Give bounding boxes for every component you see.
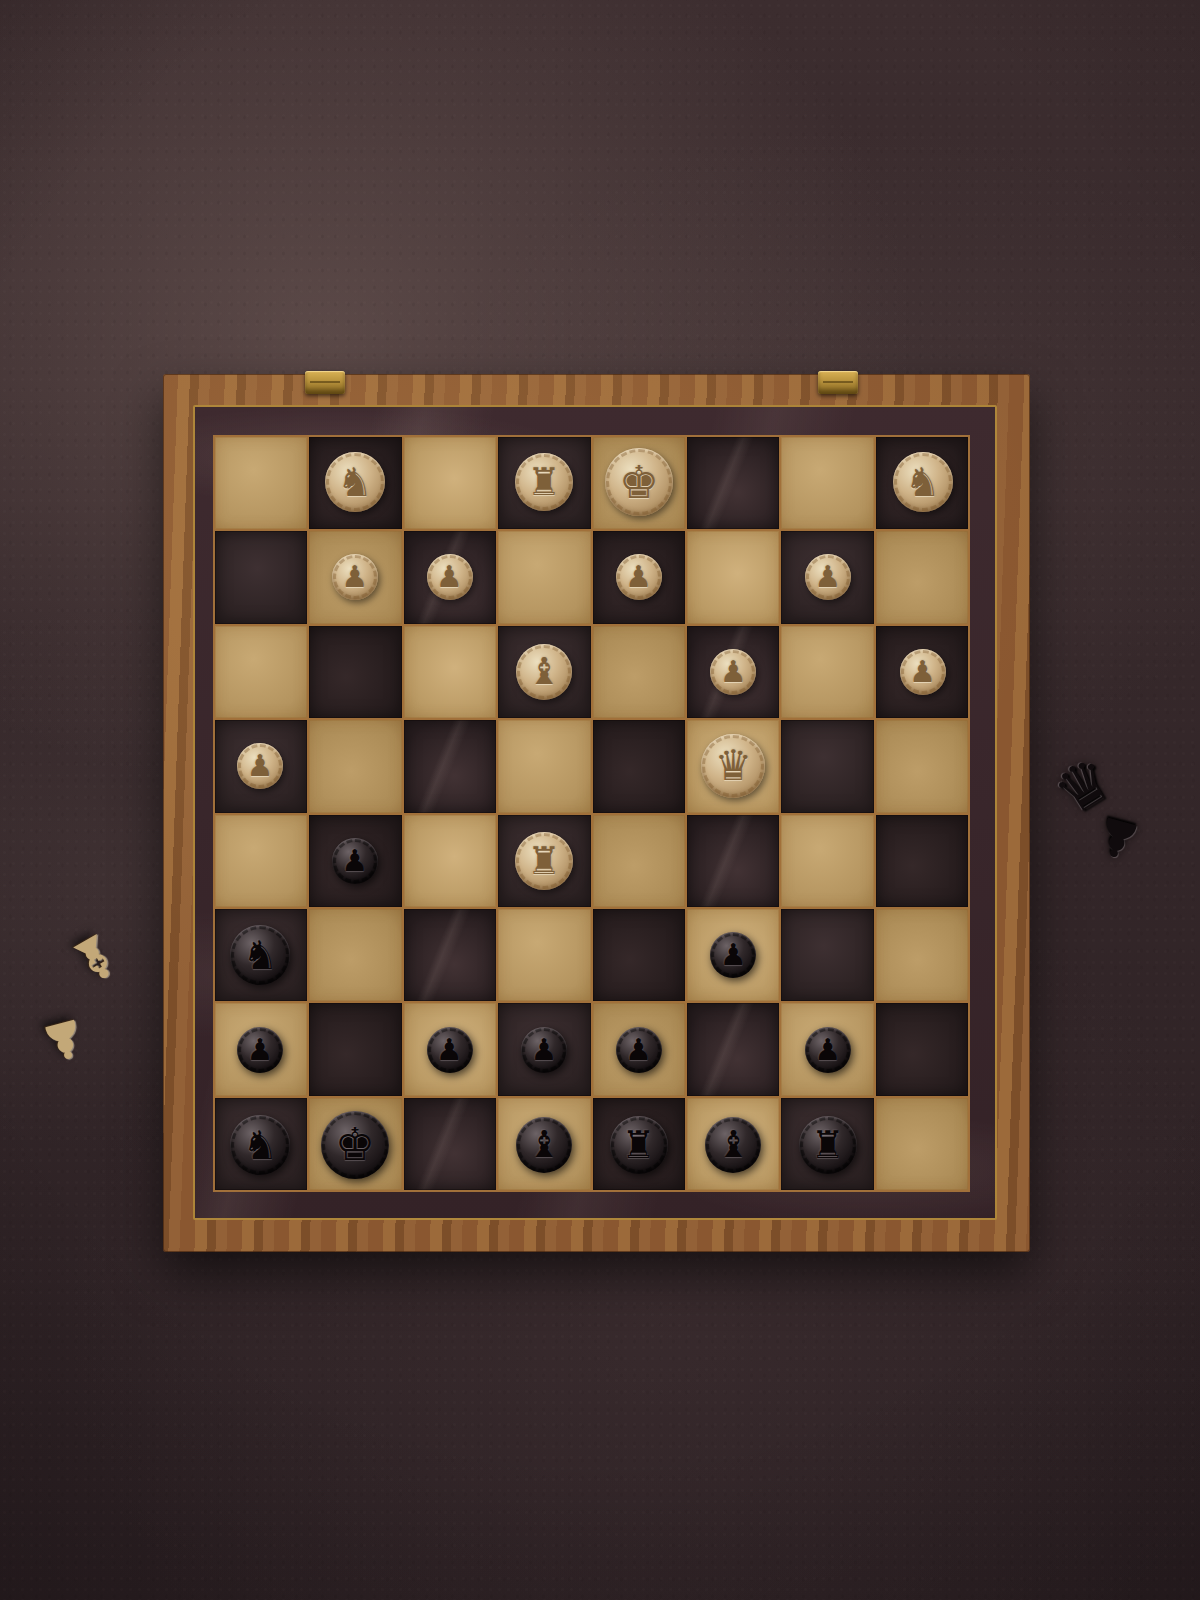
piece-white-rook[interactable]: ♜: [515, 453, 573, 511]
pawn-glyph: ♟: [909, 657, 936, 687]
square-e4[interactable]: [593, 815, 685, 907]
square-a8[interactable]: [215, 437, 307, 529]
square-c5[interactable]: [404, 720, 496, 812]
brass-hinge-right: [818, 371, 858, 394]
square-c3[interactable]: [404, 909, 496, 1001]
piece-black-bishop[interactable]: ♝: [516, 1117, 572, 1173]
piece-black-bishop[interactable]: ♝: [705, 1117, 761, 1173]
square-g5[interactable]: [781, 720, 873, 812]
pawn-glyph: ♟: [436, 1035, 463, 1065]
piece-white-king[interactable]: ♚: [605, 448, 673, 516]
knight-glyph: ♞: [337, 462, 373, 502]
square-c4[interactable]: [404, 815, 496, 907]
square-a4[interactable]: [215, 815, 307, 907]
square-h1[interactable]: [876, 1098, 968, 1190]
piece-black-king[interactable]: ♚: [321, 1111, 389, 1179]
piece-white-pawn[interactable]: ♟: [616, 554, 662, 600]
pawn-glyph: ♟: [341, 562, 368, 592]
pawn-glyph: ♟: [247, 751, 274, 781]
background: ♞♜♚♞♟♟♟♟♝♟♟♟♛♟♜♞♟♟♟♟♟♟♞♚♝♜♝♜ ♝♟♛♟: [0, 0, 1200, 1600]
pawn-glyph: ♟: [815, 562, 842, 592]
square-h4[interactable]: [876, 815, 968, 907]
chess-board: ♞♜♚♞♟♟♟♟♝♟♟♟♛♟♜♞♟♟♟♟♟♟♞♚♝♜♝♜: [163, 374, 1030, 1252]
square-c6[interactable]: [404, 626, 496, 718]
piece-white-pawn[interactable]: ♟: [805, 554, 851, 600]
piece-white-rook[interactable]: ♜: [515, 832, 573, 890]
pawn-glyph: ♟: [247, 1035, 274, 1065]
rook-glyph: ♜: [622, 1126, 656, 1164]
square-f2[interactable]: [687, 1003, 779, 1095]
pawn-glyph: ♟: [815, 1035, 842, 1065]
bishop-glyph: ♝: [528, 1126, 561, 1163]
pawn-glyph: ♟: [436, 562, 463, 592]
piece-black-knight[interactable]: ♞: [230, 1115, 290, 1175]
piece-white-knight[interactable]: ♞: [893, 452, 953, 512]
square-h7[interactable]: [876, 531, 968, 623]
square-e6[interactable]: [593, 626, 685, 718]
piece-black-pawn[interactable]: ♟: [710, 932, 756, 978]
rook-glyph: ♜: [527, 842, 561, 880]
piece-white-pawn[interactable]: ♟: [900, 649, 946, 695]
piece-black-pawn[interactable]: ♟: [332, 838, 378, 884]
piece-black-pawn[interactable]: ♟: [805, 1027, 851, 1073]
bishop-glyph: ♝: [528, 653, 561, 690]
pawn-glyph: ♟: [531, 1035, 558, 1065]
square-e3[interactable]: [593, 909, 685, 1001]
brass-hinge-left: [305, 371, 345, 394]
captured-white-pawn[interactable]: ♟: [36, 1010, 92, 1070]
piece-black-pawn[interactable]: ♟: [616, 1027, 662, 1073]
pawn-glyph: ♟: [625, 1035, 652, 1065]
pawn-glyph: ♟: [720, 940, 747, 970]
knight-glyph: ♞: [242, 935, 278, 975]
square-b6[interactable]: [309, 626, 401, 718]
square-c8[interactable]: [404, 437, 496, 529]
piece-black-rook[interactable]: ♜: [610, 1116, 668, 1174]
square-f7[interactable]: [687, 531, 779, 623]
piece-white-pawn[interactable]: ♟: [427, 554, 473, 600]
pawn-glyph: ♟: [625, 562, 652, 592]
piece-black-rook[interactable]: ♜: [799, 1116, 857, 1174]
square-g6[interactable]: [781, 626, 873, 718]
rook-glyph: ♜: [527, 463, 561, 501]
board-grid: ♞♜♚♞♟♟♟♟♝♟♟♟♛♟♜♞♟♟♟♟♟♟♞♚♝♜♝♜: [213, 435, 970, 1192]
square-h3[interactable]: [876, 909, 968, 1001]
square-d5[interactable]: [498, 720, 590, 812]
knight-glyph: ♞: [242, 1125, 278, 1165]
bishop-glyph: ♝: [717, 1126, 750, 1163]
piece-white-pawn[interactable]: ♟: [710, 649, 756, 695]
piece-black-pawn[interactable]: ♟: [427, 1027, 473, 1073]
square-f4[interactable]: [687, 815, 779, 907]
square-b5[interactable]: [309, 720, 401, 812]
square-e5[interactable]: [593, 720, 685, 812]
square-g8[interactable]: [781, 437, 873, 529]
piece-white-pawn[interactable]: ♟: [332, 554, 378, 600]
queen-glyph: ♛: [715, 745, 753, 787]
square-d3[interactable]: [498, 909, 590, 1001]
rook-glyph: ♜: [811, 1126, 845, 1164]
knight-glyph: ♞: [905, 462, 941, 502]
king-glyph: ♚: [619, 460, 659, 505]
piece-white-knight[interactable]: ♞: [325, 452, 385, 512]
square-g4[interactable]: [781, 815, 873, 907]
square-h2[interactable]: [876, 1003, 968, 1095]
piece-black-pawn[interactable]: ♟: [237, 1027, 283, 1073]
piece-black-knight[interactable]: ♞: [230, 925, 290, 985]
pawn-glyph: ♟: [341, 846, 368, 876]
piece-white-bishop[interactable]: ♝: [516, 644, 572, 700]
captured-white-bishop[interactable]: ♝: [58, 920, 132, 996]
square-d7[interactable]: [498, 531, 590, 623]
piece-white-pawn[interactable]: ♟: [237, 743, 283, 789]
square-a7[interactable]: [215, 531, 307, 623]
piece-black-pawn[interactable]: ♟: [521, 1027, 567, 1073]
pawn-glyph: ♟: [720, 657, 747, 687]
square-h5[interactable]: [876, 720, 968, 812]
square-b2[interactable]: [309, 1003, 401, 1095]
square-a6[interactable]: [215, 626, 307, 718]
piece-white-queen[interactable]: ♛: [701, 734, 765, 798]
square-f8[interactable]: [687, 437, 779, 529]
king-glyph: ♚: [335, 1122, 375, 1167]
square-g3[interactable]: [781, 909, 873, 1001]
square-c1[interactable]: [404, 1098, 496, 1190]
square-b3[interactable]: [309, 909, 401, 1001]
